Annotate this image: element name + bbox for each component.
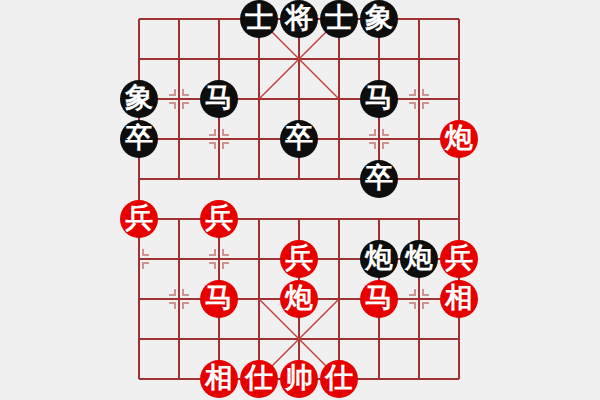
board-point-7-5[interactable]: 卒 xyxy=(359,159,399,199)
piece-red[interactable]: 马 xyxy=(360,280,398,318)
piece-black[interactable]: 卒 xyxy=(280,120,318,158)
board-point-7-1[interactable]: 象 xyxy=(359,0,399,39)
board-point-5-8[interactable]: 炮 xyxy=(279,279,319,319)
piece-glyph: 象 xyxy=(365,4,393,32)
board-point-4-6[interactable] xyxy=(239,199,279,239)
board-point-4-5[interactable] xyxy=(239,159,279,199)
board-point-4-1[interactable]: 士 xyxy=(239,0,279,39)
board-point-5-3[interactable] xyxy=(279,79,319,119)
piece-glyph: 仕 xyxy=(325,364,353,392)
piece-red[interactable]: 兵 xyxy=(440,240,478,278)
board-point-1-1[interactable] xyxy=(119,0,159,39)
board-point-3-2[interactable] xyxy=(199,39,239,79)
piece-glyph: 将 xyxy=(285,4,313,32)
board-point-8-5[interactable] xyxy=(399,159,439,199)
piece-black[interactable]: 卒 xyxy=(120,120,158,158)
board-point-9-7[interactable]: 兵 xyxy=(439,239,479,279)
board-point-7-3[interactable]: 马 xyxy=(359,79,399,119)
piece-glyph: 兵 xyxy=(125,204,153,232)
piece-glyph: 相 xyxy=(205,364,233,392)
board-point-3-1[interactable] xyxy=(199,0,239,39)
board-point-3-8[interactable]: 马 xyxy=(199,279,239,319)
board-point-6-7[interactable] xyxy=(319,239,359,279)
board-point-1-10[interactable] xyxy=(119,359,159,399)
board-point-5-4[interactable]: 卒 xyxy=(279,119,319,159)
board-point-9-2[interactable] xyxy=(439,39,479,79)
board-point-3-5[interactable] xyxy=(199,159,239,199)
board-point-6-5[interactable] xyxy=(319,159,359,199)
board-point-8-9[interactable] xyxy=(399,319,439,359)
piece-black[interactable]: 象 xyxy=(360,0,398,38)
board-point-2-6[interactable] xyxy=(159,199,199,239)
piece-glyph: 士 xyxy=(245,4,273,32)
piece-glyph: 象 xyxy=(125,84,153,112)
board-point-9-9[interactable] xyxy=(439,319,479,359)
board-point-3-6[interactable]: 兵 xyxy=(199,199,239,239)
board-point-7-4[interactable] xyxy=(359,119,399,159)
piece-red[interactable]: 炮 xyxy=(440,120,478,158)
board-point-8-4[interactable] xyxy=(399,119,439,159)
board-point-2-4[interactable] xyxy=(159,119,199,159)
board-point-4-8[interactable] xyxy=(239,279,279,319)
board-point-1-7[interactable] xyxy=(119,239,159,279)
piece-black[interactable]: 炮 xyxy=(360,240,398,278)
piece-glyph: 士 xyxy=(325,4,353,32)
board-point-9-8[interactable]: 相 xyxy=(439,279,479,319)
piece-red[interactable]: 相 xyxy=(200,360,238,398)
piece-black[interactable]: 卒 xyxy=(360,160,398,198)
board-point-3-3[interactable]: 马 xyxy=(199,79,239,119)
board-point-6-10[interactable]: 仕 xyxy=(319,359,359,399)
board-point-6-8[interactable] xyxy=(319,279,359,319)
piece-glyph: 卒 xyxy=(285,124,313,152)
piece-black[interactable]: 炮 xyxy=(400,240,438,278)
piece-red[interactable]: 帅 xyxy=(280,360,318,398)
piece-black[interactable]: 士 xyxy=(320,0,358,38)
board-point-3-10[interactable]: 相 xyxy=(199,359,239,399)
board-point-4-7[interactable] xyxy=(239,239,279,279)
board-point-4-3[interactable] xyxy=(239,79,279,119)
board-point-6-2[interactable] xyxy=(319,39,359,79)
piece-red[interactable]: 兵 xyxy=(200,200,238,238)
board-point-9-5[interactable] xyxy=(439,159,479,199)
piece-black[interactable]: 象 xyxy=(120,80,158,118)
board-point-5-7[interactable]: 兵 xyxy=(279,239,319,279)
piece-red[interactable]: 马 xyxy=(200,280,238,318)
board-point-7-6[interactable] xyxy=(359,199,399,239)
piece-glyph: 卒 xyxy=(125,124,153,152)
board-point-6-1[interactable]: 士 xyxy=(319,0,359,39)
board-point-9-10[interactable] xyxy=(439,359,479,399)
board-point-8-10[interactable] xyxy=(399,359,439,399)
board-point-5-9[interactable] xyxy=(279,319,319,359)
board-point-5-10[interactable]: 帅 xyxy=(279,359,319,399)
board-point-9-4[interactable]: 炮 xyxy=(439,119,479,159)
board-point-8-6[interactable] xyxy=(399,199,439,239)
board-point-6-6[interactable] xyxy=(319,199,359,239)
piece-glyph: 炮 xyxy=(365,244,393,272)
board-point-8-2[interactable] xyxy=(399,39,439,79)
board-point-2-10[interactable] xyxy=(159,359,199,399)
piece-glyph: 帅 xyxy=(285,364,313,392)
board-point-2-7[interactable] xyxy=(159,239,199,279)
board-point-7-2[interactable] xyxy=(359,39,399,79)
piece-glyph: 炮 xyxy=(285,284,313,312)
piece-black[interactable]: 士 xyxy=(240,0,278,38)
piece-glyph: 兵 xyxy=(285,244,313,272)
board-point-2-8[interactable] xyxy=(159,279,199,319)
board-point-1-2[interactable] xyxy=(119,39,159,79)
piece-red[interactable]: 兵 xyxy=(280,240,318,278)
piece-glyph: 卒 xyxy=(365,164,393,192)
board-point-9-6[interactable] xyxy=(439,199,479,239)
board-point-6-3[interactable] xyxy=(319,79,359,119)
board-point-3-7[interactable] xyxy=(199,239,239,279)
piece-glyph: 马 xyxy=(205,84,233,112)
board-point-6-4[interactable] xyxy=(319,119,359,159)
piece-glyph: 相 xyxy=(445,284,473,312)
piece-glyph: 炮 xyxy=(445,124,473,152)
board-point-1-8[interactable] xyxy=(119,279,159,319)
board-point-2-3[interactable] xyxy=(159,79,199,119)
board-point-8-1[interactable] xyxy=(399,0,439,39)
board-point-4-9[interactable] xyxy=(239,319,279,359)
board-point-4-2[interactable] xyxy=(239,39,279,79)
board-point-4-10[interactable]: 仕 xyxy=(239,359,279,399)
board-point-1-3[interactable]: 象 xyxy=(119,79,159,119)
board-point-8-8[interactable] xyxy=(399,279,439,319)
xiangqi-app: 士将士象象马马卒卒炮卒兵兵兵炮炮兵马炮马相相仕帅仕 xyxy=(0,0,600,400)
board-point-7-9[interactable] xyxy=(359,319,399,359)
piece-glyph: 马 xyxy=(365,84,393,112)
board-point-5-6[interactable] xyxy=(279,199,319,239)
board-point-8-3[interactable] xyxy=(399,79,439,119)
xiangqi-board: 士将士象象马马卒卒炮卒兵兵兵炮炮兵马炮马相相仕帅仕 xyxy=(119,0,479,399)
piece-red[interactable]: 仕 xyxy=(240,360,278,398)
board-point-3-9[interactable] xyxy=(199,319,239,359)
board-point-9-1[interactable] xyxy=(439,0,479,39)
piece-red[interactable]: 炮 xyxy=(280,280,318,318)
board-point-5-5[interactable] xyxy=(279,159,319,199)
board-point-1-9[interactable] xyxy=(119,319,159,359)
piece-black[interactable]: 将 xyxy=(280,0,318,38)
board-point-2-5[interactable] xyxy=(159,159,199,199)
piece-black[interactable]: 马 xyxy=(200,80,238,118)
piece-red[interactable]: 相 xyxy=(440,280,478,318)
board-point-7-8[interactable]: 马 xyxy=(359,279,399,319)
board-point-1-6[interactable]: 兵 xyxy=(119,199,159,239)
board-point-8-7[interactable]: 炮 xyxy=(399,239,439,279)
board-point-5-1[interactable]: 将 xyxy=(279,0,319,39)
piece-glyph: 兵 xyxy=(205,204,233,232)
board-point-6-9[interactable] xyxy=(319,319,359,359)
piece-glyph: 炮 xyxy=(405,244,433,272)
piece-red[interactable]: 仕 xyxy=(320,360,358,398)
piece-glyph: 兵 xyxy=(445,244,473,272)
board-point-2-2[interactable] xyxy=(159,39,199,79)
board-point-2-1[interactable] xyxy=(159,0,199,39)
board-point-5-2[interactable] xyxy=(279,39,319,79)
piece-glyph: 仕 xyxy=(245,364,273,392)
piece-glyph: 马 xyxy=(205,284,233,312)
board-point-3-4[interactable] xyxy=(199,119,239,159)
board-point-9-3[interactable] xyxy=(439,79,479,119)
board-point-7-10[interactable] xyxy=(359,359,399,399)
board-point-1-5[interactable] xyxy=(119,159,159,199)
board-point-1-4[interactable]: 卒 xyxy=(119,119,159,159)
piece-red[interactable]: 兵 xyxy=(120,200,158,238)
piece-black[interactable]: 马 xyxy=(360,80,398,118)
board-point-4-4[interactable] xyxy=(239,119,279,159)
board-point-2-9[interactable] xyxy=(159,319,199,359)
piece-glyph: 马 xyxy=(365,284,393,312)
board-point-7-7[interactable]: 炮 xyxy=(359,239,399,279)
